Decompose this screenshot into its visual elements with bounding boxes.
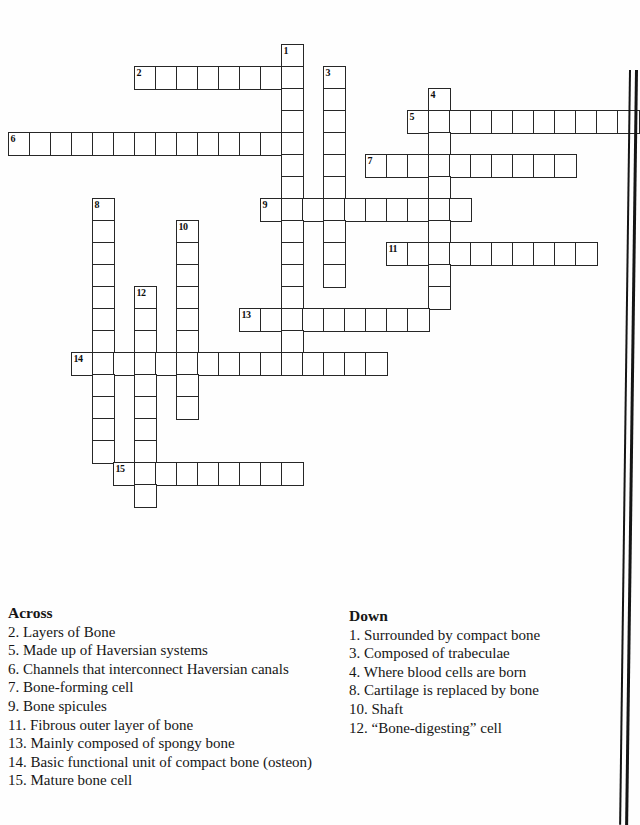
- cell-number: 1: [284, 45, 289, 56]
- grid-cell: 1: [281, 44, 304, 68]
- scanned-worksheet-page: 123456789101112131415 Across 2. Layers o…: [0, 0, 640, 825]
- page-scan-edge: [0, 62, 640, 825]
